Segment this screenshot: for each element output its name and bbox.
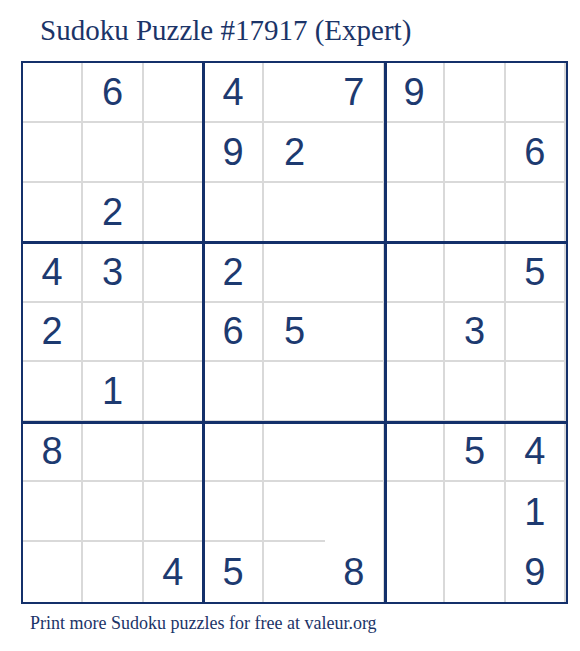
cell-r3c5[interactable]: [264, 183, 324, 243]
cell-r8c7[interactable]: [385, 482, 445, 542]
cell-r3c1[interactable]: [23, 183, 83, 243]
cell-r6c2[interactable]: 1: [83, 362, 143, 422]
cell-r9c6[interactable]: 8: [325, 542, 385, 602]
cell-r8c3[interactable]: [144, 482, 204, 542]
cell-r6c3[interactable]: [144, 362, 204, 422]
cell-r2c5[interactable]: 2: [264, 123, 324, 183]
cell-r8c8[interactable]: [445, 482, 505, 542]
cell-r9c8[interactable]: [445, 542, 505, 602]
cell-r5c3[interactable]: [144, 303, 204, 363]
cell-r7c2[interactable]: [83, 422, 143, 482]
cell-r4c2[interactable]: 3: [83, 243, 143, 303]
cell-r8c1[interactable]: [23, 482, 83, 542]
cell-r5c7[interactable]: [385, 303, 445, 363]
cell-r5c4[interactable]: 6: [204, 303, 264, 363]
cell-r7c8[interactable]: 5: [445, 422, 505, 482]
cell-r6c5[interactable]: [264, 362, 324, 422]
cell-r2c9[interactable]: 6: [506, 123, 566, 183]
cell-r8c2[interactable]: [83, 482, 143, 542]
cell-r9c3[interactable]: 4: [144, 542, 204, 602]
cell-r5c9[interactable]: [506, 303, 566, 363]
cell-r3c6[interactable]: [325, 183, 385, 243]
cell-r6c7[interactable]: [385, 362, 445, 422]
cell-r2c8[interactable]: [445, 123, 505, 183]
cell-r1c4[interactable]: 4: [204, 63, 264, 123]
cell-r3c9[interactable]: [506, 183, 566, 243]
cell-r9c4[interactable]: 5: [204, 542, 264, 602]
cell-r7c4[interactable]: [204, 422, 264, 482]
cell-r8c4[interactable]: [204, 482, 264, 542]
cell-r2c1[interactable]: [23, 123, 83, 183]
cell-r5c2[interactable]: [83, 303, 143, 363]
cell-r9c1[interactable]: [23, 542, 83, 602]
cell-r5c5[interactable]: 5: [264, 303, 324, 363]
cell-r7c5[interactable]: [264, 422, 324, 482]
cell-r6c4[interactable]: [204, 362, 264, 422]
cell-r6c6[interactable]: [325, 362, 385, 422]
cell-r1c7[interactable]: 9: [385, 63, 445, 123]
cell-r4c3[interactable]: [144, 243, 204, 303]
box-separator-horizontal-2: [23, 421, 566, 424]
cell-r8c5[interactable]: [264, 482, 324, 542]
cell-r8c6[interactable]: [325, 482, 385, 542]
cell-r7c7[interactable]: [385, 422, 445, 482]
cell-r9c7[interactable]: [385, 542, 445, 602]
page-title: Sudoku Puzzle #17917 (Expert): [40, 14, 411, 47]
cell-r7c6[interactable]: [325, 422, 385, 482]
cell-r8c9[interactable]: 1: [506, 482, 566, 542]
cell-r4c6[interactable]: [325, 243, 385, 303]
cell-r4c1[interactable]: 4: [23, 243, 83, 303]
cell-r2c2[interactable]: [83, 123, 143, 183]
cell-r1c5[interactable]: [264, 63, 324, 123]
cell-r3c2[interactable]: 2: [83, 183, 143, 243]
footer-text: Print more Sudoku puzzles for free at va…: [30, 613, 377, 634]
box-separator-vertical-2: [384, 63, 387, 602]
cell-r2c4[interactable]: 9: [204, 123, 264, 183]
sudoku-grid: 6479926243252653185414589: [21, 61, 568, 604]
cell-r4c8[interactable]: [445, 243, 505, 303]
cell-r6c8[interactable]: [445, 362, 505, 422]
cell-r1c8[interactable]: [445, 63, 505, 123]
cell-r3c8[interactable]: [445, 183, 505, 243]
cell-r3c4[interactable]: [204, 183, 264, 243]
cell-r6c1[interactable]: [23, 362, 83, 422]
cell-r1c6[interactable]: 7: [325, 63, 385, 123]
cell-r4c7[interactable]: [385, 243, 445, 303]
cell-r4c4[interactable]: 2: [204, 243, 264, 303]
cell-r1c9[interactable]: [506, 63, 566, 123]
cell-r4c5[interactable]: [264, 243, 324, 303]
cell-r5c6[interactable]: [325, 303, 385, 363]
cell-r9c5[interactable]: [264, 542, 324, 602]
cell-r2c7[interactable]: [385, 123, 445, 183]
cell-r1c3[interactable]: [144, 63, 204, 123]
cell-r9c2[interactable]: [83, 542, 143, 602]
cell-r7c9[interactable]: 4: [506, 422, 566, 482]
cell-r3c7[interactable]: [385, 183, 445, 243]
cell-r6c9[interactable]: [506, 362, 566, 422]
cell-r7c1[interactable]: 8: [23, 422, 83, 482]
cell-r2c3[interactable]: [144, 123, 204, 183]
cell-r1c1[interactable]: [23, 63, 83, 123]
cell-r9c9[interactable]: 9: [506, 542, 566, 602]
box-separator-horizontal-1: [23, 241, 566, 244]
cell-r3c3[interactable]: [144, 183, 204, 243]
cell-r7c3[interactable]: [144, 422, 204, 482]
cell-r2c6[interactable]: [325, 123, 385, 183]
box-separator-vertical-1: [202, 63, 205, 602]
cell-r5c8[interactable]: 3: [445, 303, 505, 363]
cell-r4c9[interactable]: 5: [506, 243, 566, 303]
cell-r1c2[interactable]: 6: [83, 63, 143, 123]
cell-r5c1[interactable]: 2: [23, 303, 83, 363]
